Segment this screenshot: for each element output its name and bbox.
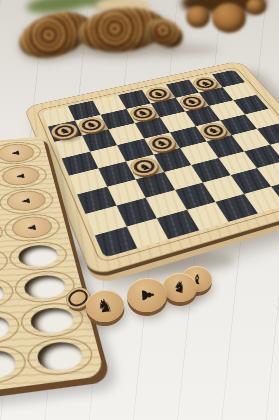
empty-slot-hole — [0, 348, 18, 381]
knight-glyph: ♞ — [84, 120, 98, 129]
tray-piece-disc-pawn: ♟ — [0, 143, 36, 164]
knight-glyph: ♞ — [135, 109, 149, 118]
loose-disc-knight: ♞ — [84, 288, 125, 324]
knight-glyph: ♞ — [57, 126, 71, 135]
tray-slot: ♟ — [0, 186, 56, 216]
tray-slot — [0, 343, 29, 388]
tray-piece-disc-pawn: ♟ — [5, 189, 48, 213]
empty-slot-hole — [35, 340, 85, 373]
knight-glyph: ♞ — [154, 138, 169, 148]
knight-glyph: ♞ — [96, 296, 114, 316]
tray-slot — [0, 245, 10, 280]
tray-slot — [7, 239, 70, 273]
board-squares: ♞♞♞♞♞♞♞♞♞ — [41, 70, 279, 258]
knight-glyph: ♞ — [151, 90, 165, 98]
pawn-glyph: ♟ — [15, 172, 26, 179]
empty-slot-hole — [28, 305, 76, 335]
pawn-glyph: ♟ — [26, 223, 38, 232]
pawn-glyph: ♟ — [20, 197, 32, 205]
knight-glyph: ♞ — [137, 161, 153, 172]
tray-slot — [25, 335, 97, 379]
empty-slot-hole — [0, 313, 12, 344]
knight-glyph: ♞ — [198, 79, 212, 87]
walnut — [186, 6, 210, 28]
pawn-glyph: ♟ — [139, 287, 156, 302]
knight-glyph: ♞ — [206, 126, 221, 135]
knight-glyph: ♞ — [185, 98, 199, 106]
tray-slot: ♟ — [0, 218, 5, 251]
loose-disc-pawn: ♟ — [126, 277, 168, 314]
tray-piece-disc-pawn: ♟ — [0, 165, 41, 187]
empty-slot-hole — [22, 273, 68, 301]
knight-glyph: ♞ — [171, 278, 188, 296]
empty-slot-hole — [0, 250, 1, 276]
tray-slot: ♟ — [2, 212, 63, 244]
walnut — [246, 0, 266, 15]
tray-piece-disc-pawn: ♟ — [10, 215, 55, 240]
product-photo-chess-set: ♞♞♞♞♞♞♞♞♞ ♟♟♟♟♟♟♟♟ ♞♟♞♝ — [0, 0, 279, 420]
pawn-glyph: ♟ — [10, 149, 21, 156]
tray-slot: ♟ — [0, 162, 49, 190]
tray-slot — [0, 275, 16, 313]
tray-slot: ♟ — [0, 140, 43, 166]
tray-slot — [0, 308, 22, 349]
empty-slot-hole — [0, 280, 6, 308]
empty-slot-hole — [16, 243, 60, 269]
walnut — [212, 3, 246, 33]
